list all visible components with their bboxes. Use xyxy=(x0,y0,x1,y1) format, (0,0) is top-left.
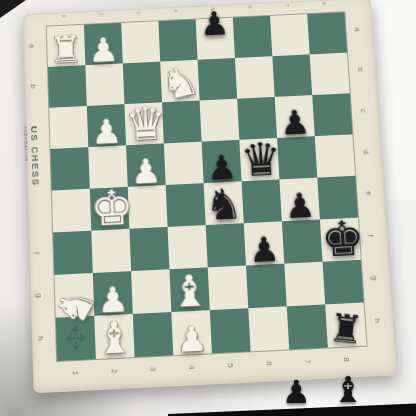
square-d8[interactable] xyxy=(315,134,355,177)
square-e4[interactable] xyxy=(166,183,206,227)
piece-white-bishop-g4[interactable]: ♝ xyxy=(170,269,210,314)
square-b8[interactable] xyxy=(310,53,350,95)
square-d1[interactable] xyxy=(50,147,89,190)
square-f3[interactable] xyxy=(129,227,169,271)
square-f5[interactable] xyxy=(206,223,246,267)
piece-white-pawn-d3[interactable]: ♟ xyxy=(126,153,165,189)
piece-white-pawn-h4[interactable]: ♟ xyxy=(172,320,212,357)
wordmark-text: US CHESS xyxy=(29,126,42,187)
square-b1[interactable] xyxy=(48,65,87,108)
rank-label-top-7: 7 xyxy=(284,4,290,7)
square-b7[interactable] xyxy=(272,54,312,96)
square-f7[interactable] xyxy=(282,219,323,263)
piece-black-rook-h8[interactable]: ♜ xyxy=(325,308,367,351)
square-a3[interactable] xyxy=(121,21,160,63)
file-label-right-a: a xyxy=(353,27,362,32)
piece-black-pawn-c7[interactable]: ♟ xyxy=(275,105,315,140)
piece-black-king-f8[interactable]: ♚ xyxy=(320,214,361,264)
square-b6[interactable] xyxy=(235,56,275,99)
square-f1[interactable] xyxy=(53,231,93,275)
captured-black-pawn[interactable]: ♟ xyxy=(282,376,311,408)
wordmark-subtext: FEDERATION xyxy=(23,126,29,187)
square-c8[interactable] xyxy=(312,93,352,136)
rank-label-top-4: 4 xyxy=(172,9,178,12)
file-label-right-c: c xyxy=(358,109,367,113)
file-label-left-h: h xyxy=(36,336,45,341)
piece-black-pawn-f6[interactable]: ♟ xyxy=(244,231,284,267)
square-d4[interactable] xyxy=(164,142,204,185)
piece-white-king-e2[interactable]: ♚ xyxy=(90,183,130,233)
piece-black-knight-e5[interactable]: ♞ xyxy=(204,183,244,227)
corner-dark-patch xyxy=(0,0,26,18)
file-label-right-e: e xyxy=(364,191,373,196)
chess-board: US CHESS FEDERATION aa11bb22cc33d44e55ff… xyxy=(23,0,397,393)
file-label-right-d: d xyxy=(361,150,370,155)
photo-background: US CHESS FEDERATION aa11bb22cc33d44e55ff… xyxy=(0,0,416,416)
square-h6[interactable] xyxy=(248,306,289,351)
piece-white-bishop-h2[interactable]: ♝ xyxy=(94,316,134,361)
rank-label-top-8: 8 xyxy=(321,2,327,5)
square-h5[interactable] xyxy=(210,308,251,353)
square-g6[interactable] xyxy=(246,264,287,309)
square-c1[interactable] xyxy=(49,106,88,149)
square-a7[interactable] xyxy=(270,14,310,56)
captured-pieces-offboard: ♟♝ xyxy=(276,360,396,416)
rank-label-bottom-6: 6 xyxy=(264,361,273,366)
square-b5[interactable] xyxy=(198,58,238,101)
square-g5[interactable] xyxy=(208,266,249,311)
square-h7[interactable] xyxy=(287,304,328,349)
file-label-right-g: g xyxy=(370,276,379,281)
square-g7[interactable] xyxy=(284,262,325,307)
piece-white-pawn-c2[interactable]: ♟ xyxy=(87,114,126,149)
piece-black-pawn-e7[interactable]: ♟ xyxy=(280,188,320,224)
piece-black-pawn-a5[interactable]: ♟ xyxy=(195,6,234,40)
file-label-left-a: a xyxy=(27,44,36,49)
rank-label-bottom-4: 4 xyxy=(187,365,196,370)
rank-label-bottom-5: 5 xyxy=(225,363,234,368)
rank-label-top-3: 3 xyxy=(135,11,141,14)
square-c5[interactable] xyxy=(200,99,240,142)
piece-layer: ♜♟♟♚♟♝♛♟♞♝♟♞♟♟♞♛♟♟♟♚♜ xyxy=(23,0,371,14)
rank-label-top-1: 1 xyxy=(61,14,67,17)
piece-black-queen-d6[interactable]: ♛ xyxy=(239,136,279,183)
rank-label-top-2: 2 xyxy=(98,13,104,16)
square-a6[interactable] xyxy=(233,16,273,58)
square-e1[interactable] xyxy=(52,189,91,233)
file-label-left-b: b xyxy=(28,84,37,89)
square-h3[interactable] xyxy=(133,312,173,357)
captured-black-bishop[interactable]: ♝ xyxy=(332,372,364,408)
square-a8[interactable] xyxy=(307,12,347,54)
rank-label-top-6: 6 xyxy=(247,6,253,9)
rank-label-bottom-1: 1 xyxy=(70,370,79,375)
file-label-right-b: b xyxy=(356,68,365,73)
square-d7[interactable] xyxy=(277,136,317,179)
file-label-left-g: g xyxy=(34,293,43,298)
square-f4[interactable] xyxy=(168,225,208,269)
piece-white-queen-c3[interactable]: ♛ xyxy=(124,100,164,147)
rank-label-bottom-3: 3 xyxy=(148,367,157,372)
piece-white-pawn-a2[interactable]: ♟ xyxy=(84,33,123,68)
file-label-right-f: f xyxy=(366,234,375,237)
square-b2[interactable] xyxy=(85,63,124,106)
file-label-left-f: f xyxy=(32,252,41,255)
piece-white-rook-a1[interactable]: ♜ xyxy=(47,31,86,69)
us-chess-wordmark: US CHESS FEDERATION xyxy=(23,126,46,188)
square-g3[interactable] xyxy=(131,269,171,314)
rank-label-bottom-2: 2 xyxy=(109,369,118,374)
file-label-right-h: h xyxy=(373,318,382,323)
